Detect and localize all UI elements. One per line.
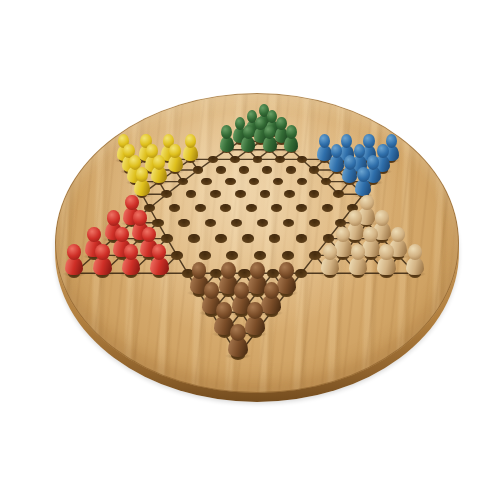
board-hole[interactable] (235, 190, 246, 198)
peg-head (408, 244, 422, 260)
peg-head (221, 125, 232, 139)
board-hole[interactable] (269, 234, 281, 243)
peg-head (153, 155, 165, 170)
board-hole[interactable] (239, 166, 249, 173)
peg-body (321, 258, 340, 275)
peg-head (357, 167, 369, 182)
peg-natural[interactable] (321, 244, 340, 276)
peg-head (250, 262, 265, 278)
board-hole[interactable] (242, 234, 254, 243)
board-hole[interactable] (215, 234, 227, 243)
board-hole[interactable] (226, 251, 238, 260)
peg-green[interactable] (284, 125, 298, 153)
peg-body (349, 258, 368, 275)
board-hole[interactable] (309, 251, 321, 260)
peg-head (243, 125, 254, 139)
peg-head (379, 244, 393, 260)
peg-head (360, 195, 373, 211)
board-hole[interactable] (193, 166, 203, 173)
peg-head (107, 210, 121, 226)
peg-body (220, 137, 234, 152)
board-hole[interactable] (283, 219, 294, 227)
peg-head (234, 282, 249, 299)
board-hole[interactable] (271, 204, 282, 212)
peg-head (204, 282, 219, 299)
board-hole[interactable] (309, 166, 319, 173)
peg-head (286, 125, 297, 139)
peg-head (230, 324, 246, 341)
board-hole[interactable] (254, 251, 266, 260)
peg-body (241, 137, 255, 152)
board-hole[interactable] (188, 234, 200, 243)
board-hole[interactable] (225, 178, 235, 186)
board-hole[interactable] (231, 219, 242, 227)
board-hole[interactable] (275, 156, 285, 163)
board-hole[interactable] (178, 219, 189, 227)
board-hole[interactable] (321, 178, 331, 186)
peg-body (284, 137, 298, 152)
board-hole[interactable] (262, 166, 272, 173)
board-hole[interactable] (230, 156, 240, 163)
board-hole[interactable] (297, 156, 307, 163)
peg-brown[interactable] (228, 324, 249, 358)
peg-body (168, 156, 183, 172)
peg-head (375, 210, 389, 226)
board-hole[interactable] (205, 219, 216, 227)
photo-canvas (0, 0, 500, 500)
peg-head (124, 244, 138, 260)
board-hole[interactable] (171, 251, 183, 260)
peg-red[interactable] (122, 244, 141, 276)
peg-body (263, 137, 277, 152)
peg-head (216, 302, 232, 319)
board-hole[interactable] (322, 204, 333, 212)
peg-head (336, 227, 350, 243)
peg-red[interactable] (93, 244, 112, 276)
peg-red[interactable] (65, 244, 84, 276)
peg-body (406, 258, 425, 275)
peg-green[interactable] (263, 125, 277, 153)
peg-head (247, 302, 263, 319)
peg-head (344, 155, 356, 170)
peg-body (134, 180, 150, 196)
peg-body (93, 258, 112, 275)
peg-head (67, 244, 81, 260)
board-hole[interactable] (323, 234, 335, 243)
peg-head (363, 227, 377, 243)
peg-green[interactable] (241, 125, 255, 153)
peg-head (95, 244, 109, 260)
board-hole[interactable] (208, 156, 218, 163)
peg-body (377, 258, 396, 275)
board-hole[interactable] (201, 178, 211, 186)
peg-head (348, 210, 362, 226)
peg-body (65, 258, 84, 275)
peg-head (279, 262, 294, 278)
peg-yellow[interactable] (134, 167, 150, 197)
board-hole[interactable] (161, 234, 173, 243)
board-hole[interactable] (216, 166, 226, 173)
peg-body (151, 167, 167, 183)
peg-yellow[interactable] (151, 155, 167, 185)
peg-head (125, 195, 138, 211)
peg-natural[interactable] (406, 244, 425, 276)
peg-red[interactable] (150, 244, 169, 276)
peg-head (351, 244, 365, 260)
peg-body (122, 258, 141, 275)
board-hole[interactable] (253, 156, 263, 163)
peg-body (183, 146, 198, 161)
peg-natural[interactable] (377, 244, 396, 276)
board-hole[interactable] (296, 234, 308, 243)
board-hole[interactable] (309, 219, 320, 227)
board-hole[interactable] (195, 204, 206, 212)
board-hole[interactable] (246, 204, 257, 212)
peg-yellow[interactable] (168, 144, 183, 173)
peg-green[interactable] (220, 125, 234, 153)
peg-blue[interactable] (355, 167, 371, 197)
peg-head (264, 282, 279, 299)
peg-body (228, 338, 249, 357)
peg-head (221, 262, 236, 278)
peg-body (150, 258, 169, 275)
peg-head (115, 227, 129, 243)
peg-body (355, 180, 371, 196)
board-hole[interactable] (286, 166, 296, 173)
peg-head (192, 262, 207, 278)
peg-head (323, 244, 337, 260)
board-hole[interactable] (282, 251, 294, 260)
board-hole[interactable] (199, 251, 211, 260)
peg-yellow[interactable] (183, 134, 198, 163)
peg-natural[interactable] (349, 244, 368, 276)
board-hole[interactable] (257, 219, 268, 227)
peg-head (133, 210, 147, 226)
